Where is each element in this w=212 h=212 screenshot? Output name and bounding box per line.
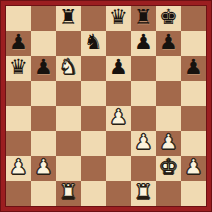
square-e2[interactable] (106, 156, 131, 181)
square-a8[interactable] (6, 6, 31, 31)
square-b8[interactable] (31, 6, 56, 31)
square-e3[interactable] (106, 131, 131, 156)
white-rook[interactable]: ♜ (59, 180, 78, 205)
square-e8[interactable]: ♛ (106, 6, 131, 31)
square-f1[interactable]: ♜ (131, 181, 156, 206)
square-f4[interactable] (131, 106, 156, 131)
square-h5[interactable] (181, 81, 206, 106)
square-f2[interactable] (131, 156, 156, 181)
white-rook[interactable]: ♜ (134, 180, 153, 205)
square-b5[interactable] (31, 81, 56, 106)
square-e7[interactable] (106, 31, 131, 56)
square-f5[interactable] (131, 81, 156, 106)
white-pawn[interactable]: ♟ (134, 130, 153, 155)
square-h4[interactable] (181, 106, 206, 131)
white-pawn[interactable]: ♟ (184, 155, 203, 180)
square-b2[interactable]: ♟ (31, 156, 56, 181)
square-d2[interactable] (81, 156, 106, 181)
square-d1[interactable] (81, 181, 106, 206)
black-king[interactable]: ♚ (159, 5, 178, 30)
black-rook[interactable]: ♜ (134, 5, 153, 30)
square-d4[interactable] (81, 106, 106, 131)
square-f7[interactable]: ♟ (131, 31, 156, 56)
black-queen[interactable]: ♛ (9, 55, 28, 80)
black-pawn[interactable]: ♟ (109, 55, 128, 80)
black-knight[interactable]: ♞ (84, 30, 103, 55)
square-d7[interactable]: ♞ (81, 31, 106, 56)
square-g2[interactable]: ♚ (156, 156, 181, 181)
square-c3[interactable] (56, 131, 81, 156)
white-knight[interactable]: ♞ (59, 55, 78, 80)
white-pawn[interactable]: ♟ (9, 155, 28, 180)
square-g6[interactable] (156, 56, 181, 81)
square-c4[interactable] (56, 106, 81, 131)
chess-board: ♜♛♜♚♟♞♟♟♛♟♞♟♟♟♟♟♟♟♚♟♜♜ (6, 6, 206, 206)
black-pawn[interactable]: ♟ (34, 55, 53, 80)
black-queen[interactable]: ♛ (109, 5, 128, 30)
square-e4[interactable]: ♟ (106, 106, 131, 131)
square-f8[interactable]: ♜ (131, 6, 156, 31)
square-a5[interactable] (6, 81, 31, 106)
square-c1[interactable]: ♜ (56, 181, 81, 206)
square-b7[interactable] (31, 31, 56, 56)
black-rook[interactable]: ♜ (59, 5, 78, 30)
square-f3[interactable]: ♟ (131, 131, 156, 156)
square-g1[interactable] (156, 181, 181, 206)
square-d6[interactable] (81, 56, 106, 81)
square-h6[interactable]: ♟ (181, 56, 206, 81)
square-e6[interactable]: ♟ (106, 56, 131, 81)
square-b6[interactable]: ♟ (31, 56, 56, 81)
square-e5[interactable] (106, 81, 131, 106)
square-a7[interactable]: ♟ (6, 31, 31, 56)
square-g8[interactable]: ♚ (156, 6, 181, 31)
square-d8[interactable] (81, 6, 106, 31)
square-d5[interactable] (81, 81, 106, 106)
black-pawn[interactable]: ♟ (134, 30, 153, 55)
square-c5[interactable] (56, 81, 81, 106)
square-a6[interactable]: ♛ (6, 56, 31, 81)
board-frame: ♜♛♜♚♟♞♟♟♛♟♞♟♟♟♟♟♟♟♚♟♜♜ (0, 0, 212, 212)
square-g5[interactable] (156, 81, 181, 106)
square-g3[interactable]: ♟ (156, 131, 181, 156)
square-g4[interactable] (156, 106, 181, 131)
square-h3[interactable] (181, 131, 206, 156)
square-h8[interactable] (181, 6, 206, 31)
black-pawn[interactable]: ♟ (9, 30, 28, 55)
square-a1[interactable] (6, 181, 31, 206)
square-b1[interactable] (31, 181, 56, 206)
square-a2[interactable]: ♟ (6, 156, 31, 181)
square-b4[interactable] (31, 106, 56, 131)
square-b3[interactable] (31, 131, 56, 156)
square-e1[interactable] (106, 181, 131, 206)
square-c8[interactable]: ♜ (56, 6, 81, 31)
black-pawn[interactable]: ♟ (159, 30, 178, 55)
square-h1[interactable] (181, 181, 206, 206)
square-a3[interactable] (6, 131, 31, 156)
black-pawn[interactable]: ♟ (184, 55, 203, 80)
square-f6[interactable] (131, 56, 156, 81)
square-c6[interactable]: ♞ (56, 56, 81, 81)
square-a4[interactable] (6, 106, 31, 131)
square-g7[interactable]: ♟ (156, 31, 181, 56)
white-king[interactable]: ♚ (159, 155, 178, 180)
square-c2[interactable] (56, 156, 81, 181)
white-pawn[interactable]: ♟ (34, 155, 53, 180)
white-pawn[interactable]: ♟ (159, 130, 178, 155)
square-h7[interactable] (181, 31, 206, 56)
square-h2[interactable]: ♟ (181, 156, 206, 181)
square-c7[interactable] (56, 31, 81, 56)
white-pawn[interactable]: ♟ (109, 105, 128, 130)
square-d3[interactable] (81, 131, 106, 156)
